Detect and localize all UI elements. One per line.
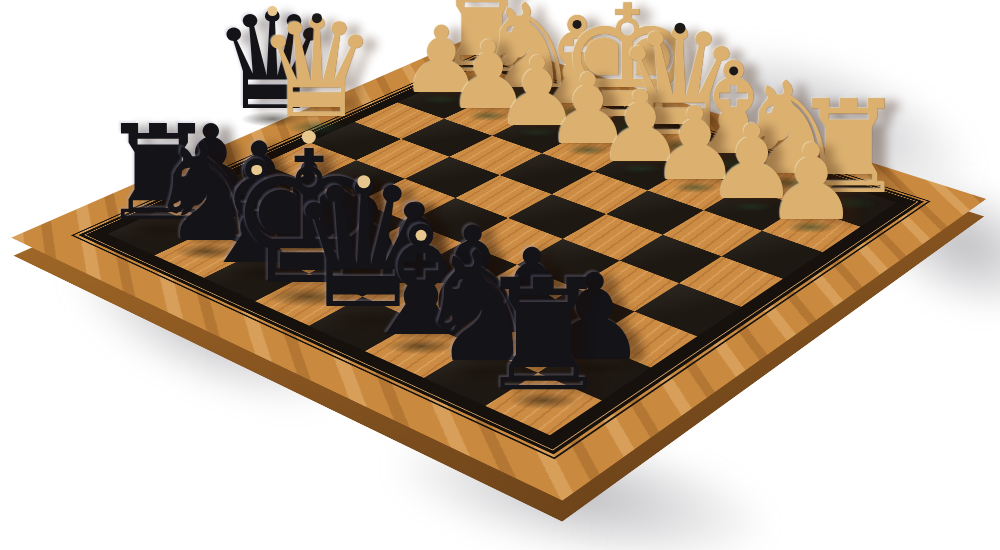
square-c4[interactable] [563, 214, 663, 260]
square-a4[interactable] [679, 256, 783, 307]
square-d6[interactable] [413, 243, 517, 292]
square-f8[interactable] [204, 251, 309, 301]
square-e8[interactable] [255, 273, 362, 325]
square-c5[interactable] [517, 239, 620, 288]
square-d8[interactable] [309, 297, 418, 352]
square-e6[interactable] [360, 222, 462, 269]
square-f7[interactable] [258, 226, 360, 274]
square-c7[interactable] [418, 292, 526, 346]
square-a5[interactable] [635, 283, 742, 336]
square-e7[interactable] [309, 247, 413, 297]
square-a7[interactable] [538, 341, 651, 400]
square-c6[interactable] [469, 265, 575, 316]
square-a6[interactable] [587, 311, 697, 367]
square-b6[interactable] [527, 288, 635, 342]
square-b4[interactable] [620, 235, 722, 283]
square-g8[interactable] [155, 230, 258, 278]
square-d5[interactable] [462, 218, 563, 265]
square-d7[interactable] [363, 269, 469, 321]
square-b7[interactable] [477, 316, 588, 373]
scene: ♜♞♝♚♛♝♞♜♟♟♟♟♟♟♟♟♟♟♟♟♟♟♟♟♜♞♝♚♛♝♞♜♛♛ [0, 0, 1000, 550]
square-b5[interactable] [575, 261, 680, 312]
square-a3[interactable] [722, 231, 823, 279]
square-a8[interactable] [485, 373, 601, 436]
square-b8[interactable] [424, 346, 538, 406]
square-c8[interactable] [365, 321, 477, 378]
